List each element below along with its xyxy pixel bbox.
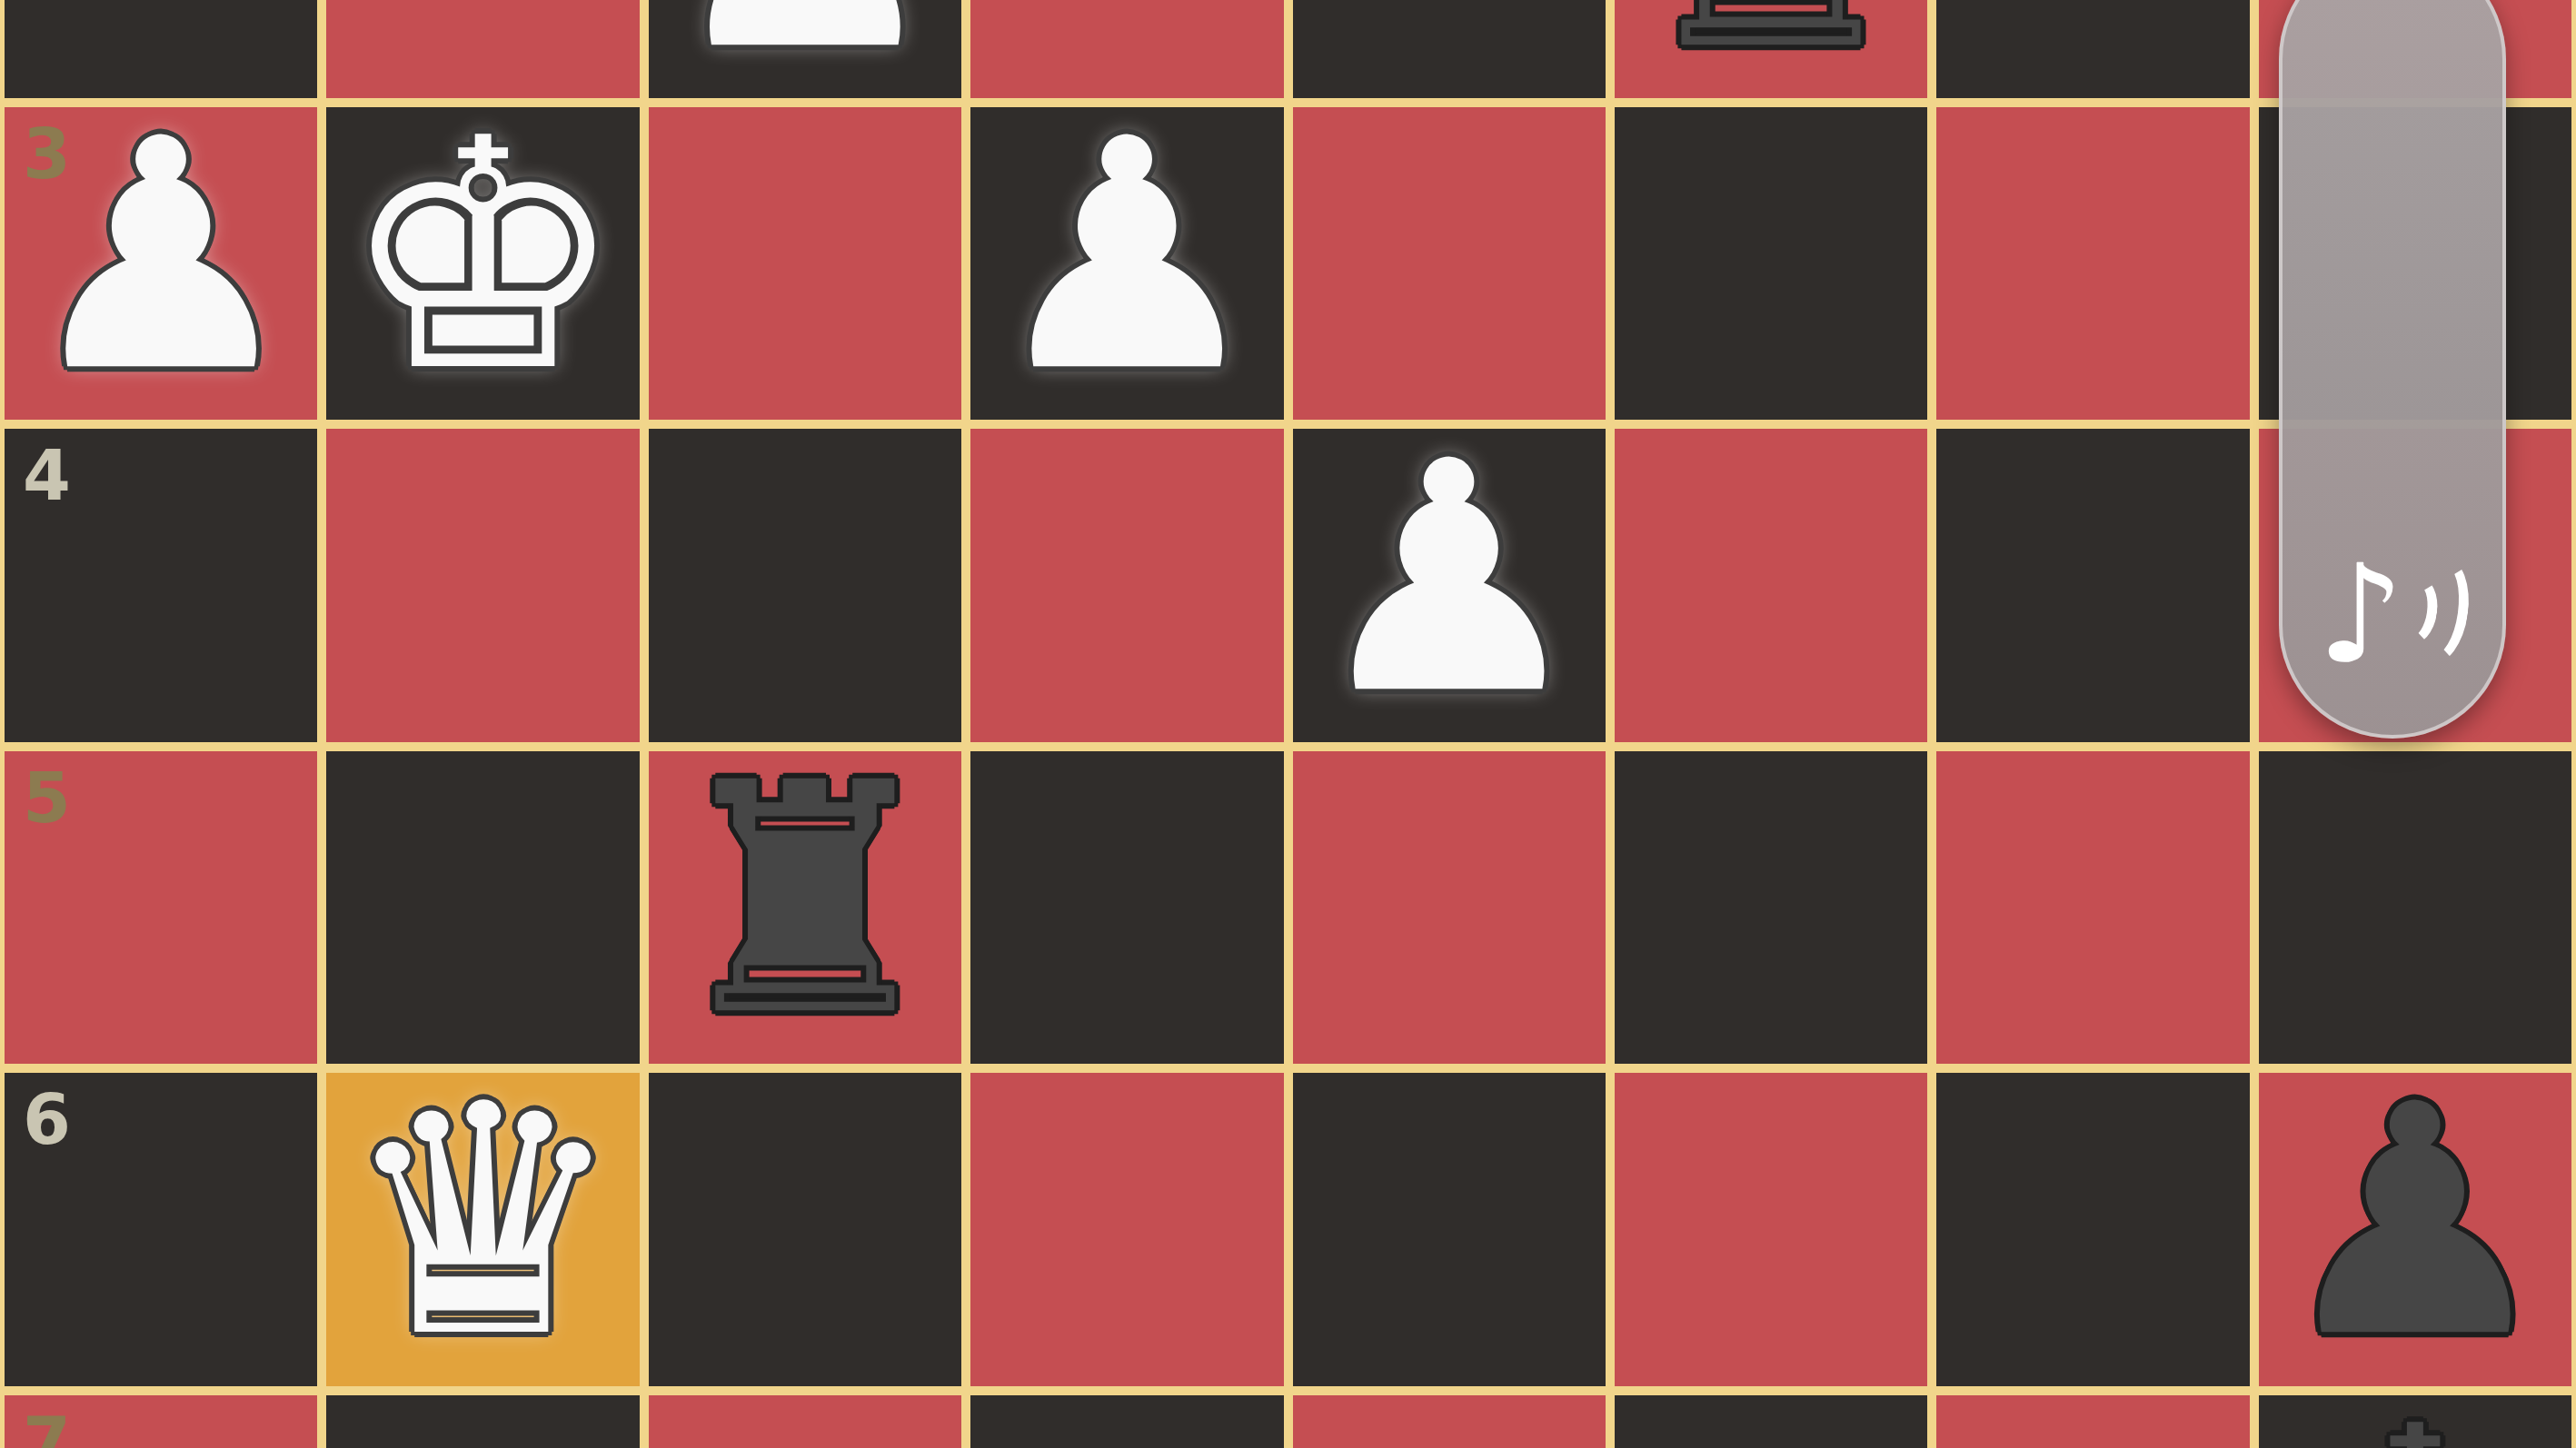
square-h6[interactable]: 6: [0, 1068, 322, 1390]
square-d5[interactable]: [1288, 747, 1610, 1068]
rank-label-7: 7: [23, 1408, 71, 1448]
square-e6[interactable]: [966, 1068, 1288, 1390]
chessboard-screen: 12♟♜3♟♚♟4♟5♜6♛♟7♚8 ♪: [0, 0, 2576, 1448]
square-b3[interactable]: [1932, 103, 2253, 424]
square-a7[interactable]: ♚: [2254, 1391, 2576, 1448]
white-king-g3[interactable]: ♚: [326, 100, 639, 412]
square-b6[interactable]: [1932, 1068, 2253, 1390]
square-b5[interactable]: [1932, 747, 2253, 1068]
square-d2[interactable]: [1288, 0, 1610, 103]
square-c4[interactable]: [1610, 424, 1932, 746]
music-note-sound-waves-icon: ♪: [2317, 542, 2468, 679]
square-h3[interactable]: 3♟: [0, 103, 322, 424]
square-d3[interactable]: [1288, 103, 1610, 424]
square-b7[interactable]: [1932, 1391, 2253, 1448]
black-king-a7[interactable]: ♚: [2259, 1388, 2571, 1448]
square-d4[interactable]: ♟: [1288, 424, 1610, 746]
white-pawn-h3[interactable]: ♟: [5, 100, 317, 412]
square-e3[interactable]: ♟: [966, 103, 1288, 424]
white-pawn-f2[interactable]: ♟: [649, 0, 961, 91]
black-pawn-a6[interactable]: ♟: [2259, 1066, 2571, 1378]
chessboard: 12♟♜3♟♚♟4♟5♜6♛♟7♚8: [0, 0, 2576, 1448]
square-c6[interactable]: [1610, 1068, 1932, 1390]
square-e7[interactable]: [966, 1391, 1288, 1448]
square-d7[interactable]: [1288, 1391, 1610, 1448]
square-f3[interactable]: [644, 103, 966, 424]
square-f2[interactable]: ♟: [644, 0, 966, 103]
white-queen-g6[interactable]: ♛: [326, 1066, 639, 1378]
square-g3[interactable]: ♚: [322, 103, 643, 424]
square-e4[interactable]: [966, 424, 1288, 746]
square-g5[interactable]: [322, 747, 643, 1068]
rank-label-5: 5: [23, 764, 71, 833]
square-b2[interactable]: [1932, 0, 2253, 103]
rank-label-6: 6: [23, 1086, 71, 1155]
sound-wave-outer-arc: [2402, 553, 2475, 668]
square-e5[interactable]: [966, 747, 1288, 1068]
white-pawn-e3[interactable]: ♟: [970, 100, 1283, 412]
square-d6[interactable]: [1288, 1068, 1610, 1390]
white-pawn-d4[interactable]: ♟: [1293, 422, 1606, 734]
square-a6[interactable]: ♟: [2254, 1068, 2576, 1390]
square-f7[interactable]: [644, 1391, 966, 1448]
rank-label-4: 4: [23, 441, 71, 511]
square-c3[interactable]: [1610, 103, 1932, 424]
square-c2[interactable]: ♜: [1610, 0, 1932, 103]
square-f6[interactable]: [644, 1068, 966, 1390]
square-b4[interactable]: [1932, 424, 2253, 746]
sound-toggle-button[interactable]: ♪: [2279, 0, 2506, 739]
square-h5[interactable]: 5: [0, 747, 322, 1068]
square-g7[interactable]: [322, 1391, 643, 1448]
square-f4[interactable]: [644, 424, 966, 746]
square-a5[interactable]: [2254, 747, 2576, 1068]
square-h4[interactable]: 4: [0, 424, 322, 746]
square-g4[interactable]: [322, 424, 643, 746]
square-f5[interactable]: ♜: [644, 747, 966, 1068]
square-h7[interactable]: 7: [0, 1391, 322, 1448]
black-rook-c2[interactable]: ♜: [1615, 0, 1927, 91]
square-g6[interactable]: ♛: [322, 1068, 643, 1390]
square-c5[interactable]: [1610, 747, 1932, 1068]
black-rook-f5[interactable]: ♜: [649, 744, 961, 1056]
square-c7[interactable]: [1610, 1391, 1932, 1448]
